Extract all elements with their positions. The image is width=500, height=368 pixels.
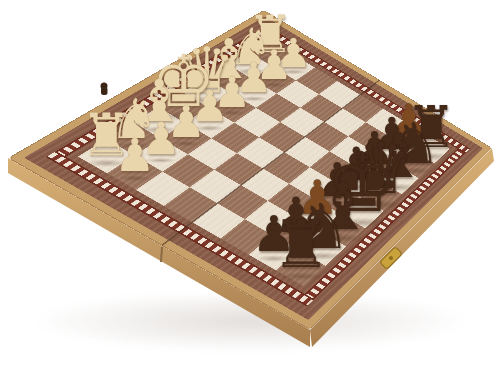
hinge-knob: [101, 83, 108, 96]
fold-seam-edge-notch: [161, 247, 162, 262]
chess-set-photo: ♜♞♝♛♚♝♞♜♟♟♟♟♟♟♟♟♟♟♟♟♟♟♟♟♜♞♝♛♚♝♞♜: [0, 0, 500, 368]
